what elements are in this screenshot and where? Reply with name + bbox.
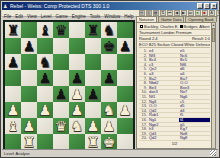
piece-black-rook[interactable]: ♜ — [85, 22, 101, 38]
square-b2[interactable]: ♟ — [21, 118, 37, 134]
piece-white-bishop[interactable]: ♝ — [5, 118, 21, 134]
piece-black-rook[interactable]: ♜ — [5, 22, 21, 38]
move-list: 1.e4e52.Nf3Nc63.Bc4Bc54.c3Nf65.Qe2d66.a3… — [139, 49, 210, 141]
square-a6[interactable]: ♟ — [5, 54, 21, 70]
square-f6[interactable] — [85, 54, 101, 70]
game-result: 1/2 — [139, 141, 210, 147]
square-d3[interactable] — [53, 102, 69, 118]
menu-game[interactable]: Game — [55, 14, 67, 19]
square-d8[interactable]: ♛ — [53, 22, 69, 38]
square-d4[interactable]: ♟ — [53, 86, 69, 102]
square-e6[interactable] — [69, 54, 85, 70]
black-color-icon — [180, 25, 183, 28]
square-a5[interactable] — [5, 70, 21, 86]
square-b8[interactable] — [21, 22, 37, 38]
square-e4[interactable]: ♟ — [69, 86, 85, 102]
square-e8[interactable] — [69, 22, 85, 38]
square-c1[interactable] — [37, 134, 53, 150]
piece-black-pawn[interactable]: ♟ — [101, 70, 117, 86]
square-e1[interactable] — [69, 134, 85, 150]
piece-white-knight[interactable]: ♞ — [101, 102, 117, 118]
piece-black-knight[interactable]: ♞ — [101, 22, 117, 38]
notation-panel: Buckley, Charles E. Bridges, Albert N. T… — [136, 22, 216, 149]
menu-view[interactable]: View — [27, 14, 37, 19]
square-g3[interactable]: ♞ — [101, 102, 117, 118]
square-g8[interactable]: ♞ — [101, 22, 117, 38]
square-b3[interactable] — [21, 102, 37, 118]
piece-black-pawn[interactable]: ♟ — [21, 38, 37, 54]
piece-black-pawn[interactable]: ♟ — [69, 70, 85, 86]
square-h7[interactable]: ♟ — [117, 38, 133, 54]
result-label: Result 1:0 — [192, 36, 210, 41]
piece-white-queen[interactable]: ♛ — [53, 118, 69, 134]
square-h8[interactable] — [117, 22, 133, 38]
piece-black-bishop[interactable]: ♝ — [37, 22, 53, 38]
piece-black-pawn[interactable]: ♟ — [117, 38, 133, 54]
square-a2[interactable]: ♝ — [5, 118, 21, 134]
piece-white-pawn[interactable]: ♟ — [69, 86, 85, 102]
white-color-icon — [140, 25, 143, 28]
scroll-up-icon[interactable]: ▲ — [212, 23, 215, 27]
menu-file[interactable]: File — [4, 14, 11, 19]
menu-edit[interactable]: Edit — [15, 14, 23, 19]
square-c8[interactable]: ♝ — [37, 22, 53, 38]
piece-black-pawn[interactable]: ♟ — [5, 54, 21, 70]
piece-white-knight[interactable]: ♞ — [69, 118, 85, 134]
square-a1[interactable] — [5, 134, 21, 150]
chess-board[interactable]: ♜♝♛♜♞♟♚♟♟♞♟♟♟♟♟♟♟♟♟♞♟♝♟♛♞♟♟♜♜♚ — [3, 20, 135, 152]
piece-white-king[interactable]: ♚ — [101, 134, 117, 150]
status-bar: Level: Analyse — [2, 149, 218, 156]
square-h1[interactable] — [117, 134, 133, 150]
square-h5[interactable] — [117, 70, 133, 86]
piece-black-pawn[interactable]: ♟ — [85, 86, 101, 102]
maximize-button[interactable]: □ — [204, 3, 210, 9]
square-f8[interactable]: ♜ — [85, 22, 101, 38]
square-g1[interactable]: ♚ — [101, 134, 117, 150]
piece-black-queen[interactable]: ♛ — [53, 22, 69, 38]
move-list-scrollbar[interactable]: ▲ — [211, 23, 215, 148]
square-d6[interactable] — [53, 54, 69, 70]
resize-grip[interactable] — [210, 150, 216, 156]
square-g6[interactable] — [101, 54, 117, 70]
menu-help[interactable]: Help — [124, 14, 133, 19]
piece-white-pawn[interactable]: ♟ — [117, 102, 133, 118]
square-b5[interactable] — [21, 70, 37, 86]
square-c6[interactable]: ♞ — [37, 54, 53, 70]
square-g7[interactable]: ♚ — [101, 38, 117, 54]
minimize-button[interactable]: _ — [197, 3, 203, 9]
square-a7[interactable] — [5, 38, 21, 54]
piece-black-pawn[interactable]: ♟ — [37, 70, 53, 86]
piece-white-pawn[interactable]: ♟ — [21, 118, 37, 134]
black-move[interactable]: Ng8 — [179, 136, 210, 140]
square-g2[interactable]: ♟ — [101, 118, 117, 134]
scrollbar-thumb[interactable] — [212, 28, 215, 42]
piece-white-pawn[interactable]: ♟ — [101, 118, 117, 134]
piece-white-pawn[interactable]: ♟ — [85, 118, 101, 134]
square-h2[interactable] — [117, 118, 133, 134]
white-player-name[interactable]: Buckley, Charles E. — [144, 24, 179, 29]
menu-engine[interactable]: Engine — [72, 14, 86, 19]
square-d1[interactable] — [53, 134, 69, 150]
square-d2[interactable]: ♛ — [53, 118, 69, 134]
piece-black-knight[interactable]: ♞ — [37, 54, 53, 70]
square-f7[interactable] — [85, 38, 101, 54]
square-a8[interactable]: ♜ — [5, 22, 21, 38]
square-c3[interactable]: ♟ — [37, 102, 53, 118]
piece-white-pawn[interactable]: ♟ — [5, 102, 21, 118]
status-text: Level: Analyse — [4, 151, 30, 156]
square-e2[interactable]: ♞ — [69, 118, 85, 134]
black-player-name[interactable]: Bridges, Albert N. — [184, 24, 210, 29]
piece-white-pawn[interactable]: ♟ — [37, 102, 53, 118]
eco-line: ECO B25 Sicilian Closed White Defence — [139, 42, 210, 48]
square-f3[interactable] — [85, 102, 101, 118]
square-b6[interactable] — [21, 54, 37, 70]
menu-level[interactable]: Level — [41, 14, 52, 19]
square-h6[interactable] — [117, 54, 133, 70]
square-a4[interactable] — [5, 86, 21, 102]
square-e3[interactable]: ♟ — [69, 102, 85, 118]
square-h4[interactable] — [117, 86, 133, 102]
square-e7[interactable] — [69, 38, 85, 54]
panel-tabs: NotationGame DataOpening Book — [136, 15, 216, 22]
piece-white-rook[interactable]: ♜ — [85, 134, 101, 150]
square-b1[interactable]: ♜ — [21, 134, 37, 150]
square-b4[interactable] — [21, 86, 37, 102]
square-f5[interactable] — [85, 70, 101, 86]
square-a3[interactable]: ♟ — [5, 102, 21, 118]
menu-tools[interactable]: Tools — [90, 14, 101, 19]
piece-white-pawn[interactable]: ♟ — [69, 102, 85, 118]
square-g4[interactable] — [101, 86, 117, 102]
square-f1[interactable]: ♜ — [85, 134, 101, 150]
square-c7[interactable] — [37, 38, 53, 54]
square-c4[interactable] — [37, 86, 53, 102]
piece-black-pawn[interactable]: ♟ — [53, 86, 69, 102]
round-label: Round 2.4 — [139, 36, 157, 41]
square-g5[interactable]: ♟ — [101, 70, 117, 86]
close-button[interactable]: × — [211, 3, 217, 9]
piece-black-king[interactable]: ♚ — [101, 38, 117, 54]
piece-white-rook[interactable]: ♜ — [21, 134, 37, 150]
square-e5[interactable]: ♟ — [69, 70, 85, 86]
square-d5[interactable] — [53, 70, 69, 86]
square-f2[interactable]: ♟ — [85, 118, 101, 134]
menu-window[interactable]: Window — [104, 14, 120, 19]
square-f4[interactable]: ♟ — [85, 86, 101, 102]
square-b7[interactable]: ♟ — [21, 38, 37, 54]
square-h3[interactable]: ♟ — [117, 102, 133, 118]
square-d7[interactable] — [53, 38, 69, 54]
square-c2[interactable] — [37, 118, 53, 134]
move-number: 20. — [139, 136, 148, 140]
square-c5[interactable]: ♟ — [37, 70, 53, 86]
